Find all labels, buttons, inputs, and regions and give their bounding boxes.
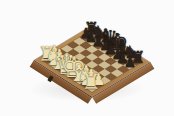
chess-set-photo: ♜♟♞♟♝♟♛♟♚♟♝♟♟♞♜♟♟♜♞♟♟♝♟♛♟♚♟♝♟♞♟♜ <box>0 0 174 116</box>
piece-white-rook-h1[interactable]: ♜ <box>82 72 101 93</box>
piece-black-pawn-h7[interactable]: ♟ <box>124 55 137 69</box>
clasp-knob <box>47 75 54 82</box>
